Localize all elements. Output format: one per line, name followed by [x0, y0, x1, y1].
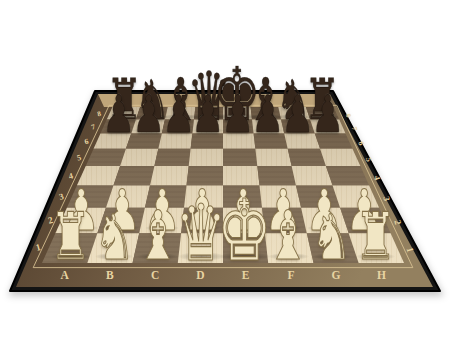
- pieces-layer: ♜♞♝♛♚♝♞♜♟♟♟♟♟♟♟♟♟♟♟♟♟♟♟♟♜♞♝♛♚♝♞♜: [0, 0, 450, 338]
- piece-black-pawn-h7[interactable]: ♟: [309, 89, 346, 141]
- chess-scene: ABCDEFGHABCDEFGH1122334455667788 ♜♞♝♛♚♝♞…: [0, 0, 450, 338]
- piece-white-rook-h1[interactable]: ♜: [352, 204, 399, 269]
- piece-white-knight-g1[interactable]: ♞: [309, 206, 354, 269]
- piece-white-rook-a1[interactable]: ♜: [47, 204, 94, 269]
- piece-white-knight-b1[interactable]: ♞: [92, 206, 137, 269]
- piece-white-bishop-f1[interactable]: ♝: [264, 202, 313, 270]
